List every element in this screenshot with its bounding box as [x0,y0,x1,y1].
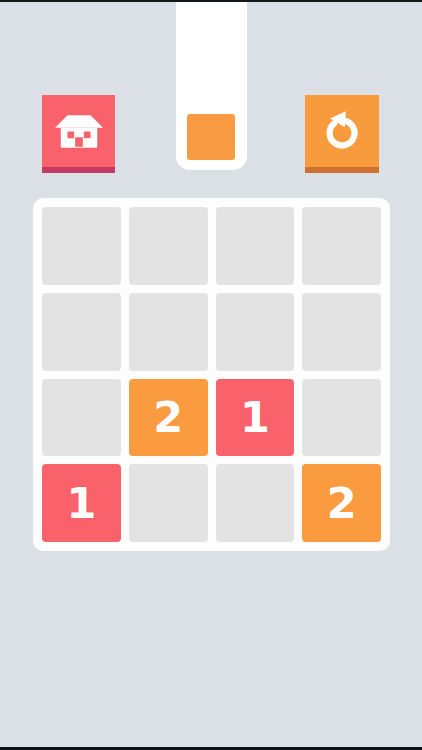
cell-empty[interactable] [216,207,295,285]
cell-empty[interactable] [216,464,295,542]
home-icon [55,114,103,149]
tile-1[interactable]: 1 [216,379,295,457]
game-screen: 2112 [0,0,422,750]
cell-empty[interactable] [129,293,208,371]
restart-icon [319,108,365,154]
tile-2[interactable]: 2 [129,379,208,457]
cell-empty[interactable] [302,293,381,371]
restart-button[interactable] [305,95,379,173]
game-board[interactable]: 2112 [33,198,390,551]
cell-empty[interactable] [129,207,208,285]
cell-empty[interactable] [302,379,381,457]
screen-top-edge [0,0,422,2]
cell-empty[interactable] [42,207,121,285]
home-button[interactable] [42,95,115,173]
cell-empty[interactable] [302,207,381,285]
cell-empty[interactable] [129,464,208,542]
cell-empty[interactable] [42,379,121,457]
next-tile [187,114,235,160]
cell-empty[interactable] [216,293,295,371]
tile-1[interactable]: 1 [42,464,121,542]
tile-2[interactable]: 2 [302,464,381,542]
tile-dispenser [176,0,247,170]
cell-empty[interactable] [42,293,121,371]
